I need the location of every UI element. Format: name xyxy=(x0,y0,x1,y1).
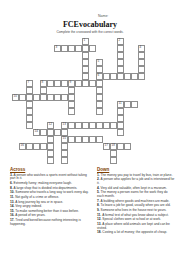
grid-cell[interactable] xyxy=(124,143,131,150)
grid-block xyxy=(40,59,47,66)
grid-cell[interactable] xyxy=(131,73,138,80)
cell-number: 15 xyxy=(63,137,66,140)
grid-block xyxy=(124,87,131,94)
grid-block xyxy=(26,38,33,45)
clue-item: 17. Tired and bored because nothing inte… xyxy=(10,219,92,227)
grid-cell[interactable] xyxy=(47,157,54,164)
grid-block xyxy=(145,108,152,115)
grid-cell[interactable] xyxy=(61,80,68,87)
grid-block xyxy=(40,108,47,115)
grid-cell[interactable]: 2 xyxy=(117,38,124,45)
grid-cell[interactable] xyxy=(26,143,33,150)
grid-cell[interactable] xyxy=(82,136,89,143)
grid-block xyxy=(131,122,138,129)
grid-cell[interactable] xyxy=(117,129,124,136)
grid-cell[interactable] xyxy=(82,122,89,129)
grid-block xyxy=(33,45,40,52)
grid-cell[interactable] xyxy=(117,66,124,73)
grid-block xyxy=(96,157,103,164)
grid-cell[interactable] xyxy=(68,94,75,101)
grid-block xyxy=(82,150,89,157)
grid-block xyxy=(124,59,131,66)
grid-cell[interactable] xyxy=(68,108,75,115)
grid-block xyxy=(12,38,19,45)
grid-cell[interactable] xyxy=(54,80,61,87)
grid-cell[interactable] xyxy=(124,101,131,108)
grid-block xyxy=(131,59,138,66)
grid-cell[interactable]: 16 xyxy=(19,143,26,150)
grid-block xyxy=(145,80,152,87)
grid-cell[interactable]: 4 xyxy=(138,45,145,52)
grid-block xyxy=(75,150,82,157)
grid-cell[interactable] xyxy=(110,122,117,129)
grid-cell[interactable] xyxy=(131,101,138,108)
grid-block xyxy=(47,45,54,52)
grid-cell[interactable]: 12 xyxy=(47,122,54,129)
grid-block xyxy=(117,157,124,164)
grid-block xyxy=(75,66,82,73)
grid-block xyxy=(145,157,152,164)
grid-cell[interactable] xyxy=(82,52,89,59)
grid-cell[interactable] xyxy=(61,157,68,164)
grid-block xyxy=(103,101,110,108)
grid-block xyxy=(89,150,96,157)
grid-block xyxy=(110,129,117,136)
grid-block xyxy=(89,108,96,115)
cell-number: 2 xyxy=(119,39,121,42)
grid-block xyxy=(26,157,33,164)
grid-cell[interactable] xyxy=(138,52,145,59)
grid-block xyxy=(89,87,96,94)
grid-cell[interactable] xyxy=(96,136,103,143)
grid-cell[interactable] xyxy=(117,73,124,80)
grid-cell[interactable] xyxy=(89,122,96,129)
grid-block xyxy=(19,38,26,45)
grid-block xyxy=(19,108,26,115)
grid-block xyxy=(124,45,131,52)
grid-block xyxy=(54,143,61,150)
grid-cell[interactable] xyxy=(61,45,68,52)
grid-block xyxy=(26,66,33,73)
grid-block xyxy=(19,129,26,136)
grid-cell[interactable] xyxy=(117,52,124,59)
grid-cell[interactable] xyxy=(47,129,54,136)
clue-number: 18. xyxy=(97,230,102,234)
grid-block xyxy=(61,87,68,94)
grid-block xyxy=(110,101,117,108)
grid-cell[interactable]: 15 xyxy=(61,136,68,143)
grid-block xyxy=(68,150,75,157)
grid-cell[interactable] xyxy=(68,101,75,108)
grid-block xyxy=(19,101,26,108)
grid-block xyxy=(33,59,40,66)
cell-number: 9 xyxy=(70,81,72,84)
clue-number: 14. xyxy=(10,204,15,208)
grid-block xyxy=(117,150,124,157)
grid-block xyxy=(124,157,131,164)
grid-block xyxy=(131,115,138,122)
grid-block xyxy=(138,115,145,122)
grid-block xyxy=(61,66,68,73)
clue-item: 18. Costing a lot of money; the opposite… xyxy=(97,231,175,235)
grid-block xyxy=(19,66,26,73)
grid-block xyxy=(138,150,145,157)
grid-cell[interactable]: 1 xyxy=(82,38,89,45)
grid-cell[interactable]: 13 xyxy=(61,122,68,129)
grid-block xyxy=(54,73,61,80)
cell-number: 5 xyxy=(98,60,100,63)
grid-cell[interactable] xyxy=(110,73,117,80)
grid-block xyxy=(103,94,110,101)
grid-block xyxy=(138,143,145,150)
grid-cell[interactable] xyxy=(124,73,131,80)
grid-block xyxy=(124,66,131,73)
clue-number: 13. xyxy=(97,222,102,226)
grid-block xyxy=(110,87,117,94)
grid-cell[interactable] xyxy=(82,59,89,66)
grid-cell[interactable] xyxy=(117,45,124,52)
clue-number: 7. xyxy=(97,199,101,203)
grid-block xyxy=(75,59,82,66)
grid-cell[interactable] xyxy=(40,87,47,94)
grid-cell[interactable] xyxy=(110,150,117,157)
grid-block xyxy=(75,115,82,122)
grid-block xyxy=(26,129,33,136)
grid-cell[interactable]: 7 xyxy=(26,80,33,87)
clue-number: 3. xyxy=(10,173,14,177)
cell-number: 10 xyxy=(14,95,17,98)
grid-cell[interactable] xyxy=(82,73,89,80)
grid-cell[interactable]: 3 xyxy=(54,45,61,52)
grid-block xyxy=(110,80,117,87)
grid-block xyxy=(68,157,75,164)
grid-block xyxy=(96,38,103,45)
grid-cell[interactable] xyxy=(103,122,110,129)
grid-cell[interactable] xyxy=(96,101,103,108)
grid-cell[interactable] xyxy=(96,80,103,87)
grid-cell[interactable]: 6 xyxy=(96,73,103,80)
clue-number: 11. xyxy=(97,213,102,217)
grid-block xyxy=(61,59,68,66)
grid-cell[interactable] xyxy=(138,59,145,66)
grid-block xyxy=(89,101,96,108)
grid-cell[interactable] xyxy=(96,108,103,115)
grid-block xyxy=(40,45,47,52)
grid-block xyxy=(131,150,138,157)
grid-block xyxy=(124,129,131,136)
grid-block xyxy=(145,66,152,73)
grid-block xyxy=(33,150,40,157)
grid-cell[interactable] xyxy=(117,143,124,150)
grid-cell[interactable] xyxy=(61,94,68,101)
grid-block xyxy=(19,59,26,66)
grid-block xyxy=(75,101,82,108)
grid-block xyxy=(89,115,96,122)
grid-cell[interactable] xyxy=(75,136,82,143)
grid-cell[interactable] xyxy=(61,143,68,150)
grid-block xyxy=(131,80,138,87)
grid-block xyxy=(96,52,103,59)
grid-cell[interactable] xyxy=(26,94,33,101)
grid-cell[interactable] xyxy=(82,45,89,52)
grid-block xyxy=(124,80,131,87)
grid-block xyxy=(124,108,131,115)
grid-block xyxy=(12,52,19,59)
grid-cell[interactable] xyxy=(68,136,75,143)
grid-block xyxy=(110,94,117,101)
grid-block xyxy=(26,73,33,80)
grid-cell[interactable] xyxy=(61,129,68,136)
clue-number: 15. xyxy=(10,209,15,213)
grid-block xyxy=(131,143,138,150)
grid-block xyxy=(82,101,89,108)
grid-block xyxy=(110,59,117,66)
grid-cell[interactable] xyxy=(96,66,103,73)
grid-block xyxy=(40,115,47,122)
grid-cell[interactable] xyxy=(68,45,75,52)
grid-block xyxy=(33,136,40,143)
grid-block xyxy=(131,87,138,94)
grid-cell[interactable] xyxy=(47,80,54,87)
grid-cell[interactable] xyxy=(117,122,124,129)
grid-block xyxy=(54,157,61,164)
grid-cell[interactable] xyxy=(47,150,54,157)
grid-cell[interactable] xyxy=(117,115,124,122)
grid-block xyxy=(131,136,138,143)
grid-block xyxy=(131,108,138,115)
grid-block xyxy=(138,38,145,45)
grid-block xyxy=(103,157,110,164)
grid-cell[interactable] xyxy=(138,73,145,80)
grid-cell[interactable] xyxy=(26,87,33,94)
grid-cell[interactable] xyxy=(96,94,103,101)
grid-block xyxy=(26,136,33,143)
grid-cell[interactable] xyxy=(138,66,145,73)
grid-block xyxy=(138,101,145,108)
grid-block xyxy=(110,108,117,115)
grid-block xyxy=(47,59,54,66)
grid-cell[interactable] xyxy=(26,122,33,129)
grid-block xyxy=(61,38,68,45)
grid-cell[interactable] xyxy=(33,143,40,150)
grid-cell[interactable] xyxy=(54,129,61,136)
grid-block xyxy=(82,87,89,94)
grid-block xyxy=(26,52,33,59)
grid-block xyxy=(124,94,131,101)
grid-block xyxy=(96,143,103,150)
worksheet-page: Name: FCEvocabulary Complete the crosswo… xyxy=(0,0,180,255)
grid-cell[interactable] xyxy=(40,143,47,150)
grid-block xyxy=(131,157,138,164)
grid-block xyxy=(54,150,61,157)
grid-cell[interactable] xyxy=(89,80,96,87)
grid-cell[interactable] xyxy=(47,94,54,101)
grid-cell[interactable] xyxy=(47,136,54,143)
grid-block xyxy=(124,122,131,129)
grid-block xyxy=(103,136,110,143)
page-subtitle: Complete the crossword with the correct … xyxy=(0,30,180,34)
clue-number: 16. xyxy=(10,213,15,217)
grid-block xyxy=(103,66,110,73)
cell-number: 3 xyxy=(56,46,58,49)
grid-block xyxy=(138,94,145,101)
grid-block xyxy=(138,157,145,164)
grid-cell[interactable] xyxy=(96,87,103,94)
grid-cell[interactable] xyxy=(75,80,82,87)
grid-block xyxy=(54,59,61,66)
grid-block xyxy=(124,38,131,45)
grid-block xyxy=(61,101,68,108)
grid-block xyxy=(54,87,61,94)
grid-cell[interactable] xyxy=(82,66,89,73)
cell-number: 18 xyxy=(112,144,115,147)
grid-block xyxy=(103,150,110,157)
grid-block xyxy=(145,143,152,150)
grid-cell[interactable] xyxy=(19,94,26,101)
grid-block xyxy=(138,122,145,129)
clue-item: 2. A person who applies for a job and is… xyxy=(97,178,175,186)
grid-cell[interactable] xyxy=(117,108,124,115)
grid-block xyxy=(145,73,152,80)
grid-block xyxy=(19,45,26,52)
grid-block xyxy=(47,73,54,80)
grid-block xyxy=(145,87,152,94)
clue-number: 1. xyxy=(97,173,101,177)
grid-cell[interactable] xyxy=(26,108,33,115)
grid-block xyxy=(61,108,68,115)
grid-block xyxy=(12,108,19,115)
grid-cell[interactable] xyxy=(26,101,33,108)
crossword-grid: 123456789101112131415161718 xyxy=(12,38,152,164)
grid-block xyxy=(103,52,110,59)
clue-number: 6. xyxy=(10,181,14,185)
grid-cell[interactable] xyxy=(40,94,47,101)
grid-block xyxy=(117,94,124,101)
grid-block xyxy=(33,38,40,45)
grid-block xyxy=(145,115,152,122)
grid-cell[interactable] xyxy=(89,45,96,52)
grid-block xyxy=(138,87,145,94)
grid-cell[interactable] xyxy=(82,80,89,87)
grid-block xyxy=(19,87,26,94)
grid-block xyxy=(40,122,47,129)
grid-block xyxy=(110,38,117,45)
grid-block xyxy=(68,66,75,73)
grid-block xyxy=(110,66,117,73)
grid-block xyxy=(103,87,110,94)
grid-cell[interactable] xyxy=(75,45,82,52)
grid-cell[interactable] xyxy=(47,143,54,150)
grid-block xyxy=(47,108,54,115)
grid-block xyxy=(75,87,82,94)
grid-block xyxy=(131,66,138,73)
grid-block xyxy=(82,143,89,150)
grid-block xyxy=(47,115,54,122)
grid-cell[interactable] xyxy=(61,150,68,157)
grid-cell[interactable] xyxy=(117,59,124,66)
grid-block xyxy=(19,157,26,164)
grid-block xyxy=(96,45,103,52)
grid-cell[interactable]: 17 xyxy=(103,143,110,150)
grid-cell[interactable] xyxy=(68,122,75,129)
clue-number: 5. xyxy=(97,190,101,194)
grid-block xyxy=(40,101,47,108)
cell-number: 17 xyxy=(105,144,108,147)
grid-cell[interactable]: 11 xyxy=(117,101,124,108)
grid-block xyxy=(12,80,19,87)
grid-cell[interactable] xyxy=(40,129,47,136)
grid-block xyxy=(103,59,110,66)
grid-cell[interactable]: 10 xyxy=(12,94,19,101)
grid-block xyxy=(54,52,61,59)
grid-block xyxy=(47,38,54,45)
grid-block xyxy=(75,94,82,101)
grid-cell[interactable] xyxy=(33,94,40,101)
grid-block xyxy=(33,66,40,73)
grid-cell[interactable] xyxy=(68,87,75,94)
grid-cell[interactable] xyxy=(26,115,33,122)
grid-cell[interactable] xyxy=(103,73,110,80)
grid-block xyxy=(145,45,152,52)
grid-block xyxy=(54,115,61,122)
grid-cell[interactable] xyxy=(54,94,61,101)
grid-cell[interactable] xyxy=(89,136,96,143)
grid-cell[interactable]: 8 xyxy=(40,80,47,87)
grid-block xyxy=(33,115,40,122)
clue-number: 4. xyxy=(97,186,101,190)
grid-block xyxy=(103,38,110,45)
grid-block xyxy=(138,108,145,115)
grid-block xyxy=(68,129,75,136)
grid-block xyxy=(82,94,89,101)
grid-cell[interactable] xyxy=(110,157,117,164)
grid-block xyxy=(68,143,75,150)
grid-block xyxy=(75,52,82,59)
grid-cell[interactable]: 9 xyxy=(68,80,75,87)
grid-block xyxy=(19,122,26,129)
grid-block xyxy=(124,150,131,157)
grid-block xyxy=(54,101,61,108)
grid-block xyxy=(75,108,82,115)
grid-block xyxy=(19,80,26,87)
cell-number: 7 xyxy=(28,81,30,84)
grid-block xyxy=(61,115,68,122)
grid-block xyxy=(96,115,103,122)
grid-block xyxy=(131,94,138,101)
grid-cell[interactable]: 5 xyxy=(96,59,103,66)
grid-cell[interactable]: 18 xyxy=(110,143,117,150)
grid-block xyxy=(82,108,89,115)
grid-block xyxy=(124,136,131,143)
grid-cell[interactable]: 14 xyxy=(33,129,40,136)
grid-block xyxy=(40,157,47,164)
grid-block xyxy=(117,87,124,94)
grid-block xyxy=(75,73,82,80)
grid-block xyxy=(19,115,26,122)
grid-block xyxy=(75,38,82,45)
grid-cell[interactable] xyxy=(75,122,82,129)
grid-block xyxy=(68,115,75,122)
grid-block xyxy=(89,94,96,101)
grid-block xyxy=(33,101,40,108)
cell-number: 4 xyxy=(140,46,142,49)
down-header: Down xyxy=(97,167,175,172)
grid-block xyxy=(33,80,40,87)
grid-block xyxy=(26,59,33,66)
grid-block xyxy=(40,73,47,80)
clue-number: 8. xyxy=(10,186,14,190)
grid-cell[interactable] xyxy=(96,122,103,129)
